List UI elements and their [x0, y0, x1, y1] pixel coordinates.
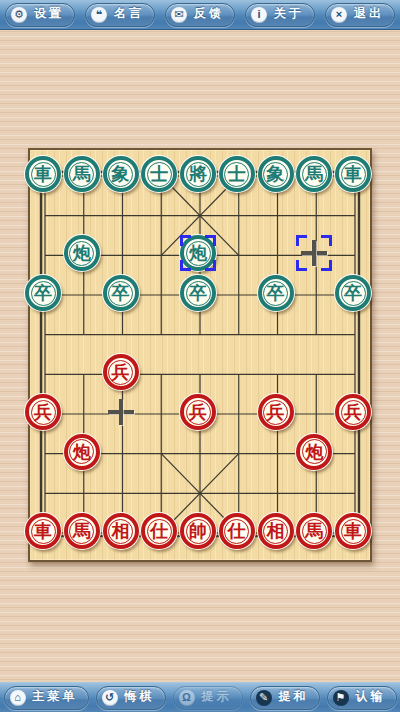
black-piece-卒[interactable]: 卒 — [25, 275, 61, 311]
main-menu-button[interactable]: ⌂ 主菜单 — [4, 686, 89, 710]
red-piece-兵[interactable]: 兵 — [258, 394, 294, 430]
resign-label: 认输 — [356, 688, 386, 705]
black-piece-士[interactable]: 士 — [219, 156, 255, 192]
speech-bubble-icon: ❝ — [91, 7, 107, 23]
red-piece-相[interactable]: 相 — [103, 513, 139, 549]
feedback-button[interactable]: ✉ 反馈 — [165, 3, 235, 27]
red-piece-車[interactable]: 車 — [335, 513, 371, 549]
red-piece-炮[interactable]: 炮 — [64, 434, 100, 470]
mail-icon: ✉ — [171, 7, 187, 23]
black-piece-士[interactable]: 士 — [141, 156, 177, 192]
black-piece-卒[interactable]: 卒 — [103, 275, 139, 311]
black-piece-卒[interactable]: 卒 — [180, 275, 216, 311]
red-piece-仕[interactable]: 仕 — [141, 513, 177, 549]
last-move-crosshair — [108, 399, 134, 425]
black-piece-象[interactable]: 象 — [258, 156, 294, 192]
resign-button[interactable]: ⚑ 认输 — [327, 686, 397, 710]
home-icon: ⌂ — [10, 690, 26, 706]
top-toolbar: ⚙ 设置 ❝ 名言 ✉ 反馈 i 关于 × 退出 — [0, 0, 400, 30]
black-piece-卒[interactable]: 卒 — [335, 275, 371, 311]
red-piece-兵[interactable]: 兵 — [180, 394, 216, 430]
undo-move-label: 悔棋 — [125, 688, 155, 705]
black-piece-車[interactable]: 車 — [335, 156, 371, 192]
red-piece-仕[interactable]: 仕 — [219, 513, 255, 549]
offer-draw-button[interactable]: ✎ 提和 — [250, 686, 320, 710]
last-move-crosshair — [301, 240, 327, 266]
black-piece-車[interactable]: 車 — [25, 156, 61, 192]
red-piece-帥[interactable]: 帥 — [180, 513, 216, 549]
red-piece-馬[interactable]: 馬 — [296, 513, 332, 549]
offer-draw-label: 提和 — [279, 688, 309, 705]
red-piece-兵[interactable]: 兵 — [25, 394, 61, 430]
xiangqi-board[interactable]: 車馬象士將士象馬車炮炮卒卒卒卒卒兵兵兵兵兵炮炮車馬相仕帥仕相馬車 — [28, 148, 372, 562]
bell-icon: Ω — [179, 690, 195, 706]
quotes-button[interactable]: ❝ 名言 — [85, 3, 155, 27]
exit-button[interactable]: × 退出 — [325, 3, 395, 27]
black-piece-馬[interactable]: 馬 — [296, 156, 332, 192]
exit-label: 退出 — [354, 5, 384, 22]
hint-button: Ω 提示 — [173, 686, 243, 710]
about-label: 关于 — [274, 5, 304, 22]
quotes-label: 名言 — [114, 5, 144, 22]
main-menu-label: 主菜单 — [33, 688, 78, 705]
flag-icon: ⚑ — [333, 690, 349, 706]
red-piece-車[interactable]: 車 — [25, 513, 61, 549]
feedback-label: 反馈 — [194, 5, 224, 22]
last-move-bracket — [296, 235, 332, 271]
undo-icon: ↺ — [102, 690, 118, 706]
black-piece-馬[interactable]: 馬 — [64, 156, 100, 192]
red-piece-炮[interactable]: 炮 — [296, 434, 332, 470]
hint-label: 提示 — [202, 688, 232, 705]
black-piece-象[interactable]: 象 — [103, 156, 139, 192]
close-icon: × — [331, 7, 347, 23]
red-piece-兵[interactable]: 兵 — [335, 394, 371, 430]
settings-button[interactable]: ⚙ 设置 — [5, 3, 75, 27]
red-piece-兵[interactable]: 兵 — [103, 354, 139, 390]
settings-label: 设置 — [34, 5, 64, 22]
about-button[interactable]: i 关于 — [245, 3, 315, 27]
bottom-toolbar: ⌂ 主菜单 ↺ 悔棋 Ω 提示 ✎ 提和 ⚑ 认输 — [0, 682, 400, 712]
red-piece-相[interactable]: 相 — [258, 513, 294, 549]
undo-move-button[interactable]: ↺ 悔棋 — [96, 686, 166, 710]
gear-icon: ⚙ — [11, 7, 27, 23]
info-icon: i — [251, 7, 267, 23]
red-piece-馬[interactable]: 馬 — [64, 513, 100, 549]
move-marker-layer — [30, 150, 370, 560]
black-piece-將[interactable]: 將 — [180, 156, 216, 192]
black-piece-炮[interactable]: 炮 — [64, 235, 100, 271]
pencil-icon: ✎ — [256, 690, 272, 706]
black-piece-卒[interactable]: 卒 — [258, 275, 294, 311]
